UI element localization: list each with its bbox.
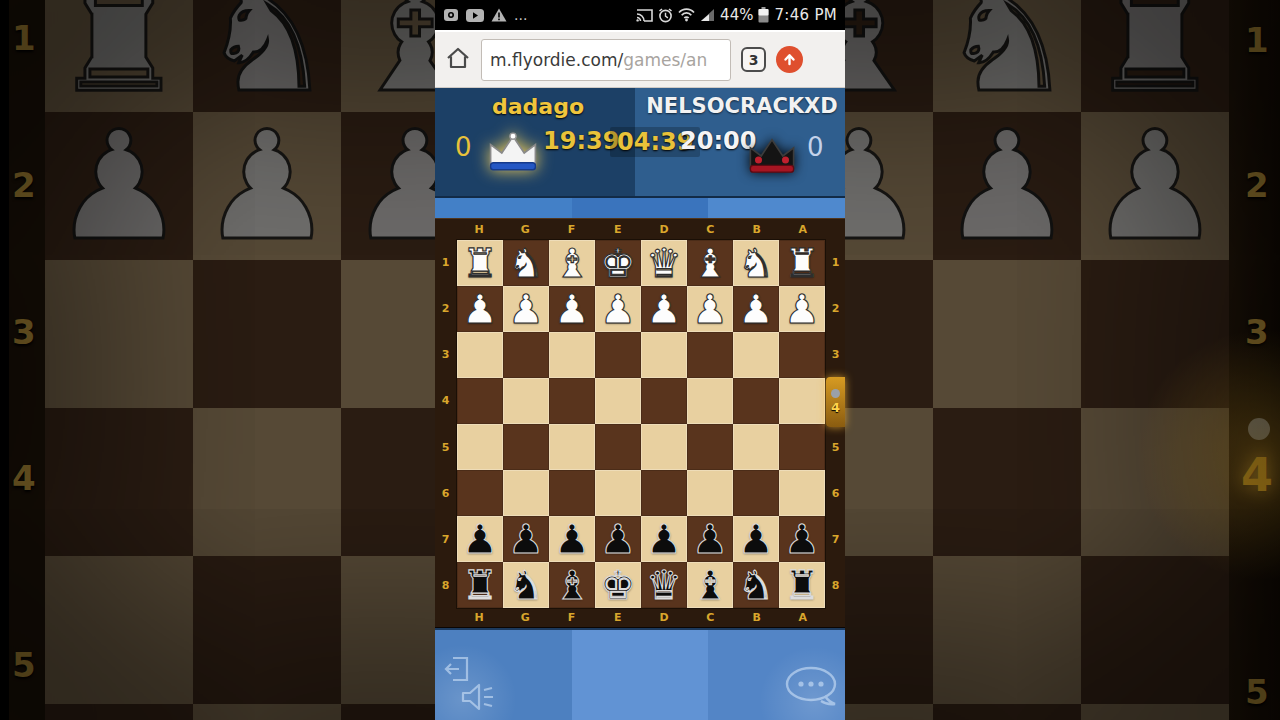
- square-a4[interactable]: [779, 378, 825, 424]
- marker-rank-number: 4: [831, 400, 840, 415]
- square-c7[interactable]: ♟: [687, 516, 733, 562]
- square-g8[interactable]: ♞: [503, 562, 549, 608]
- bg-square: ♜: [45, 0, 193, 112]
- file-label-e: E: [595, 219, 641, 239]
- white-pawn-piece[interactable]: ♟: [646, 286, 682, 332]
- file-label-c: C: [687, 607, 733, 627]
- white-knight-piece[interactable]: ♞: [738, 240, 774, 286]
- player-black-name[interactable]: NELSOCRACKXD: [646, 94, 837, 118]
- file-label-e: E: [595, 607, 641, 627]
- white-king-piece[interactable]: ♚: [600, 240, 636, 286]
- file-label-f: F: [549, 219, 595, 239]
- rank-label-7: 7: [435, 517, 456, 563]
- square-e8[interactable]: ♚: [595, 562, 641, 608]
- square-e2[interactable]: ♟: [595, 286, 641, 332]
- marker-dot-icon: [831, 389, 840, 398]
- black-pawn-piece[interactable]: ♟: [600, 516, 636, 562]
- bg-square: [193, 260, 341, 408]
- square-d2[interactable]: ♟: [641, 286, 687, 332]
- screen-record-icon: [443, 8, 459, 22]
- file-labels-bottom: HGFEDCBA: [456, 607, 826, 627]
- white-pawn-piece[interactable]: ♟: [600, 286, 636, 332]
- square-a6[interactable]: [779, 470, 825, 516]
- rank-4-marker[interactable]: 4: [826, 377, 845, 427]
- rank-label-5: 5: [435, 424, 456, 470]
- bg-square: [933, 556, 1081, 704]
- bg-rank-label-left-1: 1: [12, 18, 36, 58]
- square-a2[interactable]: ♟: [779, 286, 825, 332]
- square-f2[interactable]: ♟: [549, 286, 595, 332]
- bg-rook-icon: ♜: [1081, 0, 1229, 112]
- square-f3[interactable]: [549, 332, 595, 378]
- black-pawn-piece[interactable]: ♟: [508, 516, 544, 562]
- bg-square: [1081, 704, 1229, 720]
- square-g6[interactable]: [503, 470, 549, 516]
- bg-square: ♟: [45, 112, 193, 260]
- white-knight-piece[interactable]: ♞: [508, 240, 544, 286]
- bg-square: [1081, 408, 1229, 556]
- bg-rank-label-right-4: 4: [1241, 448, 1273, 502]
- url-path: games/an: [623, 50, 707, 70]
- square-g2[interactable]: ♟: [503, 286, 549, 332]
- battery-icon: [758, 7, 769, 23]
- black-king-piece[interactable]: ♚: [600, 562, 636, 608]
- square-f4[interactable]: [549, 378, 595, 424]
- battery-percent: 44%: [720, 6, 753, 24]
- bg-rank-label-right-1: 1: [1245, 20, 1269, 60]
- speaker-mute-icon[interactable]: [459, 680, 497, 718]
- square-b4[interactable]: [733, 378, 779, 424]
- bg-pawn-icon: ♟: [933, 112, 1081, 260]
- square-h4[interactable]: [457, 378, 503, 424]
- chat-bubble-icon[interactable]: [783, 662, 839, 716]
- white-pawn-piece[interactable]: ♟: [462, 286, 498, 332]
- black-pawn-piece[interactable]: ♟: [738, 516, 774, 562]
- bg-square: [933, 704, 1081, 720]
- rank-label-8: 8: [826, 563, 845, 609]
- bg-marker-dot-icon: [1248, 418, 1270, 440]
- file-label-d: D: [641, 219, 687, 239]
- square-a8[interactable]: ♜: [779, 562, 825, 608]
- square-b8[interactable]: ♞: [733, 562, 779, 608]
- square-h8[interactable]: ♜: [457, 562, 503, 608]
- square-f7[interactable]: ♟: [549, 516, 595, 562]
- chess-board-frame: HGFEDCBA 12345678 ♜♞♝♚♛♝♞♜♟♟♟♟♟♟♟♟♟♟♟♟♟♟…: [435, 218, 845, 628]
- black-pawn-piece[interactable]: ♟: [784, 516, 820, 562]
- bg-rank-label-left-5: 5: [12, 645, 36, 685]
- rank-label-6: 6: [826, 470, 845, 516]
- square-h1[interactable]: ♜: [457, 240, 503, 286]
- black-bishop-piece[interactable]: ♝: [554, 562, 590, 608]
- rank-label-1: 1: [826, 239, 845, 285]
- status-left-icons: ...: [443, 7, 527, 23]
- square-d4[interactable]: [641, 378, 687, 424]
- bg-pawn-icon: ♟: [45, 112, 193, 260]
- game-bottom-bar: [435, 628, 845, 720]
- bg-rank-label-right-3: 3: [1245, 312, 1269, 352]
- rank-label-4: 4: [435, 378, 456, 424]
- square-f1[interactable]: ♝: [549, 240, 595, 286]
- file-label-a: A: [780, 219, 826, 239]
- square-b1[interactable]: ♞: [733, 240, 779, 286]
- square-h6[interactable]: [457, 470, 503, 516]
- square-e6[interactable]: [595, 470, 641, 516]
- square-h5[interactable]: [457, 424, 503, 470]
- square-e7[interactable]: ♟: [595, 516, 641, 562]
- bg-square: [45, 260, 193, 408]
- file-label-b: B: [734, 219, 780, 239]
- bg-square: ♟: [193, 112, 341, 260]
- black-queen-piece[interactable]: ♛: [646, 562, 682, 608]
- file-label-b: B: [734, 607, 780, 627]
- bg-knight-icon: ♞: [933, 0, 1081, 112]
- square-b5[interactable]: [733, 424, 779, 470]
- square-c6[interactable]: [687, 470, 733, 516]
- android-status-bar: ... 44% 7:46 PM: [435, 0, 845, 30]
- bg-rank-label-left-2: 2: [12, 165, 36, 205]
- bg-knight-icon: ♞: [193, 0, 341, 112]
- square-c1[interactable]: ♝: [687, 240, 733, 286]
- game-header: dadago NELSOCRACKXD 0 19:39 04:39 20:00 …: [435, 88, 845, 196]
- square-g4[interactable]: [503, 378, 549, 424]
- rank-label-6: 6: [435, 470, 456, 516]
- bg-rank-label-left-4: 4: [12, 458, 36, 498]
- white-pawn-piece[interactable]: ♟: [692, 286, 728, 332]
- square-h7[interactable]: ♟: [457, 516, 503, 562]
- bg-square: [193, 408, 341, 556]
- black-rook-piece[interactable]: ♜: [462, 562, 498, 608]
- rank-label-1: 1: [435, 239, 456, 285]
- white-bishop-piece[interactable]: ♝: [692, 240, 728, 286]
- status-right-icons: 44% 7:46 PM: [636, 6, 837, 24]
- square-d5[interactable]: [641, 424, 687, 470]
- bg-pawn-icon: ♟: [1081, 112, 1229, 260]
- bg-rank-label-left-3: 3: [12, 312, 36, 352]
- youtube-icon: [466, 9, 484, 22]
- file-label-g: G: [502, 607, 548, 627]
- square-f8[interactable]: ♝: [549, 562, 595, 608]
- cast-icon: [636, 8, 653, 22]
- square-c5[interactable]: [687, 424, 733, 470]
- square-c3[interactable]: [687, 332, 733, 378]
- signal-icon: [700, 8, 715, 22]
- wifi-icon: [678, 8, 695, 22]
- rank-labels-left: 12345678: [435, 239, 456, 609]
- white-pawn-piece[interactable]: ♟: [508, 286, 544, 332]
- black-pawn-piece[interactable]: ♟: [646, 516, 682, 562]
- bg-square: [933, 260, 1081, 408]
- square-a7[interactable]: ♟: [779, 516, 825, 562]
- square-d7[interactable]: ♟: [641, 516, 687, 562]
- square-g5[interactable]: [503, 424, 549, 470]
- square-e4[interactable]: [595, 378, 641, 424]
- square-g3[interactable]: [503, 332, 549, 378]
- square-d8[interactable]: ♛: [641, 562, 687, 608]
- bg-square: ♞: [933, 0, 1081, 112]
- square-f6[interactable]: [549, 470, 595, 516]
- square-a3[interactable]: [779, 332, 825, 378]
- video-frame: ♜♞♝♚♛♝♞♜♟♟♟♟♟♟♟♟ 12345 12345 ...: [0, 0, 1280, 720]
- bg-pawn-icon: ♟: [193, 112, 341, 260]
- warning-icon: [491, 8, 507, 22]
- square-e3[interactable]: [595, 332, 641, 378]
- white-pawn-piece[interactable]: ♟: [738, 286, 774, 332]
- browser-toolbar: m.flyordie.com/games/an 3: [435, 30, 845, 88]
- bg-square: [193, 556, 341, 704]
- black-knight-piece[interactable]: ♞: [508, 562, 544, 608]
- file-labels-top: HGFEDCBA: [456, 219, 826, 239]
- square-b6[interactable]: [733, 470, 779, 516]
- strip-segment: [435, 198, 572, 218]
- white-rook-piece[interactable]: ♜: [784, 240, 820, 286]
- white-queen-piece[interactable]: ♛: [646, 240, 682, 286]
- rank-label-8: 8: [435, 563, 456, 609]
- square-d3[interactable]: [641, 332, 687, 378]
- square-b7[interactable]: ♟: [733, 516, 779, 562]
- bg-square: [45, 704, 193, 720]
- bg-rank-label-right-2: 2: [1245, 165, 1269, 205]
- tab-switcher-button[interactable]: 3: [741, 47, 766, 72]
- square-c2[interactable]: ♟: [687, 286, 733, 332]
- white-crown-avatar[interactable]: [485, 130, 541, 176]
- white-bishop-piece[interactable]: ♝: [554, 240, 590, 286]
- file-label-h: H: [456, 607, 502, 627]
- bg-rook-icon: ♜: [45, 0, 193, 112]
- white-pawn-piece[interactable]: ♟: [554, 286, 590, 332]
- square-c8[interactable]: ♝: [687, 562, 733, 608]
- chess-board[interactable]: ♜♞♝♚♛♝♞♜♟♟♟♟♟♟♟♟♟♟♟♟♟♟♟♟♜♞♝♚♛♝♞♜: [456, 239, 826, 609]
- background-left-frame: 12345: [0, 0, 45, 720]
- strip-segment: [572, 198, 708, 218]
- url-domain: m.flyordie.com/: [490, 50, 623, 70]
- black-rook-piece[interactable]: ♜: [784, 562, 820, 608]
- white-clock: 19:39: [543, 127, 619, 155]
- file-label-c: C: [687, 219, 733, 239]
- square-d1[interactable]: ♛: [641, 240, 687, 286]
- header-strip: [435, 196, 845, 218]
- browser-update-button[interactable]: [776, 46, 803, 73]
- black-pawn-piece[interactable]: ♟: [692, 516, 728, 562]
- file-label-a: A: [780, 607, 826, 627]
- bg-square: ♜: [1081, 0, 1229, 112]
- square-h3[interactable]: [457, 332, 503, 378]
- rank-label-3: 3: [435, 332, 456, 378]
- square-c4[interactable]: [687, 378, 733, 424]
- status-clock: 7:46 PM: [774, 6, 837, 24]
- square-a5[interactable]: [779, 424, 825, 470]
- bg-square: [933, 408, 1081, 556]
- file-label-d: D: [641, 607, 687, 627]
- file-label-f: F: [549, 607, 595, 627]
- player-white-name[interactable]: dadago: [492, 94, 584, 119]
- rank-label-2: 2: [435, 285, 456, 331]
- phone-screen: ... 44% 7:46 PM: [435, 0, 845, 720]
- bg-square: [45, 408, 193, 556]
- square-a1[interactable]: ♜: [779, 240, 825, 286]
- player-black-score: 0: [807, 132, 824, 162]
- rank-label-7: 7: [826, 517, 845, 563]
- bg-square: [45, 556, 193, 704]
- black-pawn-piece[interactable]: ♟: [554, 516, 590, 562]
- square-g7[interactable]: ♟: [503, 516, 549, 562]
- background-right-frame: 12345: [1229, 0, 1280, 720]
- square-f5[interactable]: [549, 424, 595, 470]
- strip-segment: [708, 198, 845, 218]
- bg-square: [1081, 556, 1229, 704]
- black-crown-avatar[interactable]: [745, 134, 801, 180]
- square-d6[interactable]: [641, 470, 687, 516]
- bg-rank-label-right-5: 5: [1245, 672, 1269, 712]
- bg-square: ♟: [1081, 112, 1229, 260]
- player-white-score: 0: [455, 132, 472, 162]
- white-rook-piece[interactable]: ♜: [462, 240, 498, 286]
- black-knight-piece[interactable]: ♞: [738, 562, 774, 608]
- bg-square: [1081, 260, 1229, 408]
- home-icon[interactable]: [445, 46, 471, 74]
- black-bishop-piece[interactable]: ♝: [692, 562, 728, 608]
- square-e1[interactable]: ♚: [595, 240, 641, 286]
- white-pawn-piece[interactable]: ♟: [784, 286, 820, 332]
- alarm-icon: [658, 8, 673, 23]
- address-bar[interactable]: m.flyordie.com/games/an: [481, 39, 731, 81]
- rank-label-5: 5: [826, 424, 845, 470]
- bg-square: ♞: [193, 0, 341, 112]
- file-label-h: H: [456, 219, 502, 239]
- black-pawn-piece[interactable]: ♟: [462, 516, 498, 562]
- bg-square: ♟: [933, 112, 1081, 260]
- square-b3[interactable]: [733, 332, 779, 378]
- square-b2[interactable]: ♟: [733, 286, 779, 332]
- rank-label-3: 3: [826, 332, 845, 378]
- file-label-g: G: [502, 219, 548, 239]
- bottom-segment: [572, 630, 708, 720]
- rank-label-2: 2: [826, 285, 845, 331]
- square-h2[interactable]: ♟: [457, 286, 503, 332]
- square-e5[interactable]: [595, 424, 641, 470]
- bg-square: [193, 704, 341, 720]
- square-g1[interactable]: ♞: [503, 240, 549, 286]
- notification-overflow: ...: [514, 7, 527, 23]
